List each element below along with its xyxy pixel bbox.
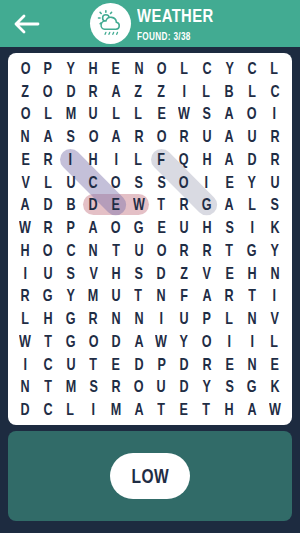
grid-cell-r6c9[interactable]: I <box>195 171 218 194</box>
grid-cell-r13c12[interactable]: L <box>263 330 286 353</box>
letter-grid[interactable]: OPYHENOLCYCLZODRAZZILBLCOLMULLEWSAOINASO… <box>14 57 286 421</box>
grid-cell-r12c10[interactable]: L <box>218 307 241 330</box>
cell-letter: U <box>270 174 279 191</box>
grid-cell-r7c7[interactable]: T <box>150 194 173 217</box>
grid-cell-r5c2[interactable]: R <box>37 148 60 171</box>
grid-cell-r13c3[interactable]: G <box>59 330 82 353</box>
cell-letter: E <box>21 151 29 168</box>
cell-letter: R <box>202 242 211 259</box>
grid-cell-r9c9[interactable]: R <box>195 239 218 262</box>
grid-cell-r3c12[interactable]: I <box>263 103 286 126</box>
grid-cell-r3c11[interactable]: O <box>241 103 264 126</box>
cell-letter: L <box>135 151 143 168</box>
cell-letter: V <box>270 310 278 327</box>
cell-letter: P <box>44 60 52 77</box>
grid-cell-r2c7[interactable]: Z <box>150 80 173 103</box>
grid-cell-r16c5[interactable]: M <box>105 398 128 421</box>
cell-letter: R <box>134 128 143 145</box>
grid-cell-r2c6[interactable]: Z <box>127 80 150 103</box>
grid-cell-r11c11[interactable]: T <box>241 285 264 308</box>
cell-letter: E <box>157 105 165 122</box>
grid-cell-r1c3[interactable]: Y <box>59 57 82 80</box>
grid-cell-r4c3[interactable]: S <box>59 125 82 148</box>
grid-cell-r2c2[interactable]: O <box>37 80 60 103</box>
cell-letter: L <box>203 83 211 100</box>
cell-letter: M <box>65 105 75 122</box>
grid-cell-r15c1[interactable]: N <box>14 376 37 399</box>
grid-cell-r10c1[interactable]: I <box>14 262 37 285</box>
grid-cell-r9c5[interactable]: T <box>105 239 128 262</box>
cell-letter: O <box>156 128 166 145</box>
grid-cell-r16c3[interactable]: L <box>59 398 82 421</box>
cell-letter: S <box>225 378 233 395</box>
grid-cell-r2c8[interactable]: I <box>173 80 196 103</box>
grid-cell-r6c6[interactable]: S <box>127 171 150 194</box>
grid-cell-r2c3[interactable]: D <box>59 80 82 103</box>
grid-cell-r10c11[interactable]: H <box>241 262 264 285</box>
grid-cell-r5c7[interactable]: F <box>150 148 173 171</box>
grid-cell-r7c9[interactable]: G <box>195 194 218 217</box>
cell-letter: I <box>205 174 209 191</box>
grid-cell-r13c7[interactable]: W <box>150 330 173 353</box>
grid-cell-r16c2[interactable]: C <box>37 398 60 421</box>
grid-cell-r10c10[interactable]: E <box>218 262 241 285</box>
grid-cell-r15c6[interactable]: O <box>127 376 150 399</box>
grid-cell-r3c6[interactable]: L <box>127 103 150 126</box>
grid-cell-r7c4[interactable]: D <box>82 194 105 217</box>
grid-cell-r12c2[interactable]: H <box>37 307 60 330</box>
grid-cell-r13c11[interactable]: I <box>241 330 264 353</box>
grid-cell-r14c5[interactable]: E <box>105 353 128 376</box>
grid-cell-r15c9[interactable]: Y <box>195 376 218 399</box>
grid-cell-r7c11[interactable]: L <box>241 194 264 217</box>
cell-letter: P <box>202 310 210 327</box>
grid-cell-r14c2[interactable]: C <box>37 353 60 376</box>
grid-cell-r15c5[interactable]: R <box>105 376 128 399</box>
cell-letter: R <box>21 287 30 304</box>
grid-cell-r11c5[interactable]: U <box>105 285 128 308</box>
grid-cell-r6c7[interactable]: S <box>150 171 173 194</box>
cell-letter: O <box>111 219 121 236</box>
grid-cell-r4c9[interactable]: U <box>195 125 218 148</box>
grid-cell-r6c10[interactable]: E <box>218 171 241 194</box>
grid-cell-r5c1[interactable]: E <box>14 148 37 171</box>
cell-letter: V <box>202 265 210 282</box>
cell-letter: G <box>66 310 76 327</box>
cell-letter: I <box>250 333 254 350</box>
grid-cell-r14c3[interactable]: U <box>59 353 82 376</box>
cell-letter: G <box>66 333 76 350</box>
grid-cell-r10c7[interactable]: D <box>150 262 173 285</box>
cell-letter: M <box>111 401 121 418</box>
grid-cell-r3c7[interactable]: E <box>150 103 173 126</box>
grid-cell-r8c1[interactable]: W <box>14 216 37 239</box>
sun-cloud-rain-icon <box>95 8 126 39</box>
grid-cell-r9c10[interactable]: T <box>218 239 241 262</box>
cell-letter: D <box>43 196 52 213</box>
cell-letter: Y <box>180 333 188 350</box>
cell-letter: F <box>157 151 165 168</box>
grid-cell-r11c8[interactable]: F <box>173 285 196 308</box>
cell-letter: R <box>43 219 52 236</box>
cell-letter: C <box>43 356 52 373</box>
grid-cell-r4c12[interactable]: R <box>263 125 286 148</box>
grid-cell-r7c8[interactable]: R <box>173 194 196 217</box>
cell-letter: C <box>270 83 279 100</box>
cell-letter: E <box>225 174 233 191</box>
grid-cell-r3c8[interactable]: W <box>173 103 196 126</box>
grid-cell-r5c4[interactable]: H <box>82 148 105 171</box>
cell-letter: R <box>89 83 98 100</box>
grid-cell-r3c2[interactable]: L <box>37 103 60 126</box>
grid-cell-r6c1[interactable]: V <box>14 171 37 194</box>
grid-cell-r15c12[interactable]: K <box>263 376 286 399</box>
cell-letter: A <box>225 196 234 213</box>
grid-cell-r2c9[interactable]: L <box>195 80 218 103</box>
grid-cell-r7c1[interactable]: A <box>14 194 37 217</box>
cell-letter: A <box>43 128 52 145</box>
cell-letter: B <box>66 196 75 213</box>
cell-letter: L <box>271 333 279 350</box>
grid-cell-r9c4[interactable]: N <box>82 239 105 262</box>
grid-cell-r14c12[interactable]: E <box>263 353 286 376</box>
grid-cell-r13c9[interactable]: O <box>195 330 218 353</box>
grid-cell-r6c5[interactable]: O <box>105 171 128 194</box>
grid-cell-r3c5[interactable]: L <box>105 103 128 126</box>
grid-cell-r11c3[interactable]: Y <box>59 285 82 308</box>
cell-letter: I <box>250 219 254 236</box>
grid-cell-r14c8[interactable]: D <box>173 353 196 376</box>
cell-letter: P <box>66 219 74 236</box>
category-badge <box>90 3 131 44</box>
grid-cell-r16c8[interactable]: E <box>173 398 196 421</box>
grid-cell-r11c1[interactable]: R <box>14 285 37 308</box>
grid-cell-r5c6[interactable]: L <box>127 148 150 171</box>
grid-cell-r6c8[interactable]: O <box>173 171 196 194</box>
grid-cell-r9c11[interactable]: G <box>241 239 264 262</box>
grid-cell-r11c6[interactable]: T <box>127 285 150 308</box>
cell-letter: M <box>65 378 75 395</box>
grid-cell-r7c3[interactable]: B <box>59 194 82 217</box>
grid-cell-r15c10[interactable]: S <box>218 376 241 399</box>
cell-letter: U <box>157 378 166 395</box>
grid-cell-r4c4[interactable]: O <box>82 125 105 148</box>
grid-cell-r15c11[interactable]: G <box>241 376 264 399</box>
cell-letter: S <box>157 174 165 191</box>
cell-letter: O <box>134 378 144 395</box>
grid-cell-r1c4[interactable]: H <box>82 57 105 80</box>
grid-cell-r9c1[interactable]: H <box>14 239 37 262</box>
grid-cell-r8c2[interactable]: R <box>37 216 60 239</box>
grid-cell-r4c2[interactable]: A <box>37 125 60 148</box>
grid-cell-r14c7[interactable]: P <box>150 353 173 376</box>
cell-letter: V <box>89 265 97 282</box>
grid-cell-r16c10[interactable]: H <box>218 398 241 421</box>
left-arrow-icon <box>12 12 40 36</box>
grid-cell-r3c9[interactable]: S <box>195 103 218 126</box>
grid-cell-r5c10[interactable]: A <box>218 148 241 171</box>
grid-cell-r1c1[interactable]: O <box>14 57 37 80</box>
grid-cell-r1c8[interactable]: L <box>173 57 196 80</box>
grid-cell-r13c2[interactable]: T <box>37 330 60 353</box>
grid-cell-r9c6[interactable]: U <box>127 239 150 262</box>
cell-letter: I <box>24 265 28 282</box>
cell-letter: Y <box>202 378 210 395</box>
grid-cell-r10c6[interactable]: S <box>127 262 150 285</box>
cell-letter: Z <box>21 83 29 100</box>
cell-letter: D <box>111 333 120 350</box>
grid-cell-r6c2[interactable]: L <box>37 171 60 194</box>
cell-letter: S <box>66 128 74 145</box>
cell-letter: A <box>111 83 120 100</box>
cell-letter: L <box>248 83 256 100</box>
grid-cell-r10c9[interactable]: V <box>195 262 218 285</box>
cell-letter: N <box>247 310 256 327</box>
grid-cell-r15c4[interactable]: S <box>82 376 105 399</box>
cell-letter: N <box>270 265 279 282</box>
cell-letter: A <box>225 105 234 122</box>
back-button[interactable] <box>12 12 40 36</box>
cell-letter: A <box>247 401 256 418</box>
grid-cell-r9c2[interactable]: O <box>37 239 60 262</box>
cell-letter: Z <box>180 265 188 282</box>
grid-cell-r4c8[interactable]: R <box>173 125 196 148</box>
grid-cell-r2c11[interactable]: L <box>241 80 264 103</box>
grid-cell-r15c3[interactable]: M <box>59 376 82 399</box>
grid-cell-r1c11[interactable]: C <box>241 57 264 80</box>
cell-letter: R <box>270 128 279 145</box>
cell-letter: O <box>20 60 30 77</box>
cell-letter: P <box>157 356 165 373</box>
cell-letter: L <box>67 401 75 418</box>
cell-letter: T <box>157 196 165 213</box>
grid-cell-r8c7[interactable]: E <box>150 216 173 239</box>
cell-letter: O <box>156 60 166 77</box>
grid-cell-r14c11[interactable]: N <box>241 353 264 376</box>
cell-letter: O <box>156 242 166 259</box>
grid-cell-r1c6[interactable]: N <box>127 57 150 80</box>
grid-cell-r1c2[interactable]: P <box>37 57 60 80</box>
grid-cell-r8c11[interactable]: I <box>241 216 264 239</box>
cell-letter: C <box>43 401 52 418</box>
cell-letter: U <box>134 242 143 259</box>
cell-letter: C <box>202 60 211 77</box>
cell-letter: T <box>44 333 52 350</box>
cell-letter: N <box>111 310 120 327</box>
grid-cell-r12c8[interactable]: U <box>173 307 196 330</box>
cell-letter: D <box>179 356 188 373</box>
grid-cell-r4c11[interactable]: U <box>241 125 264 148</box>
grid-cell-r13c1[interactable]: W <box>14 330 37 353</box>
cell-letter: E <box>225 265 233 282</box>
grid-cell-r4c7[interactable]: O <box>150 125 173 148</box>
grid-cell-r11c4[interactable]: M <box>82 285 105 308</box>
grid-cell-r4c5[interactable]: A <box>105 125 128 148</box>
grid-cell-r12c5[interactable]: N <box>105 307 128 330</box>
grid-cell-r4c6[interactable]: R <box>127 125 150 148</box>
cell-letter: E <box>180 401 188 418</box>
grid-cell-r15c2[interactable]: T <box>37 376 60 399</box>
cell-letter: O <box>202 333 212 350</box>
grid-cell-r15c8[interactable]: D <box>173 376 196 399</box>
grid-cell-r10c5[interactable]: H <box>105 262 128 285</box>
grid-cell-r6c12[interactable]: U <box>263 171 286 194</box>
grid-cell-r1c5[interactable]: E <box>105 57 128 80</box>
word-chip-low[interactable]: LOW <box>110 453 190 499</box>
grid-cell-r1c10[interactable]: Y <box>218 57 241 80</box>
grid-cell-r5c12[interactable]: R <box>263 148 286 171</box>
word-list-tray[interactable]: LOW <box>8 431 292 521</box>
cell-letter: C <box>66 242 75 259</box>
cell-letter: W <box>178 105 190 122</box>
grid-cell-r3c10[interactable]: A <box>218 103 241 126</box>
cell-letter: H <box>89 151 98 168</box>
grid-cell-r1c12[interactable]: L <box>263 57 286 80</box>
grid-cell-r11c7[interactable]: N <box>150 285 173 308</box>
grid-cell-r13c8[interactable]: Y <box>173 330 196 353</box>
grid-cell-r8c4[interactable]: A <box>82 216 105 239</box>
grid-cell-r6c3[interactable]: U <box>59 171 82 194</box>
grid-cell-r12c6[interactable]: N <box>127 307 150 330</box>
grid-cell-r12c4[interactable]: R <box>82 307 105 330</box>
grid-cell-r11c10[interactable]: R <box>218 285 241 308</box>
grid-cell-r12c12[interactable]: V <box>263 307 286 330</box>
grid-cell-r13c10[interactable]: I <box>218 330 241 353</box>
cell-letter: T <box>44 378 52 395</box>
grid-cell-r16c9[interactable]: T <box>195 398 218 421</box>
grid-cell-r14c4[interactable]: T <box>82 353 105 376</box>
grid-cell-r3c3[interactable]: M <box>59 103 82 126</box>
grid-cell-r14c1[interactable]: I <box>14 353 37 376</box>
grid-cell-r4c10[interactable]: A <box>218 125 241 148</box>
cell-letter: R <box>111 378 120 395</box>
grid-cell-r2c5[interactable]: A <box>105 80 128 103</box>
grid-cell-r16c6[interactable]: A <box>127 398 150 421</box>
grid-cell-r2c10[interactable]: B <box>218 80 241 103</box>
grid-cell-r1c7[interactable]: O <box>150 57 173 80</box>
grid-cell-r2c4[interactable]: R <box>82 80 105 103</box>
cell-letter: E <box>112 60 120 77</box>
cell-letter: O <box>20 105 30 122</box>
grid-cell-r8c8[interactable]: U <box>173 216 196 239</box>
grid-cell-r7c6[interactable]: W <box>127 194 150 217</box>
grid-cell-r5c8[interactable]: Q <box>173 148 196 171</box>
grid-cell-r4c1[interactable]: N <box>14 125 37 148</box>
grid-cell-r1c9[interactable]: C <box>195 57 218 80</box>
grid-cell-r8c6[interactable]: G <box>127 216 150 239</box>
grid-cell-r14c6[interactable]: D <box>127 353 150 376</box>
cell-letter: S <box>89 378 97 395</box>
grid-cell-r12c9[interactable]: P <box>195 307 218 330</box>
cell-letter: E <box>270 356 278 373</box>
word-chip-label: LOW <box>131 464 168 488</box>
grid-cell-r9c8[interactable]: R <box>173 239 196 262</box>
grid-cell-r2c1[interactable]: Z <box>14 80 37 103</box>
grid-cell-r8c5[interactable]: O <box>105 216 128 239</box>
cell-letter: R <box>179 242 188 259</box>
grid-cell-r10c4[interactable]: V <box>82 262 105 285</box>
cell-letter: U <box>111 287 120 304</box>
grid-cell-r8c10[interactable]: S <box>218 216 241 239</box>
grid-cell-r16c4[interactable]: I <box>82 398 105 421</box>
grid-cell-r8c3[interactable]: P <box>59 216 82 239</box>
grid-cell-r14c9[interactable]: R <box>195 353 218 376</box>
cell-letter: H <box>43 310 52 327</box>
grid-cell-r12c3[interactable]: G <box>59 307 82 330</box>
cell-letter: H <box>89 60 98 77</box>
grid-cell-r12c7[interactable]: I <box>150 307 173 330</box>
cell-letter: R <box>225 287 234 304</box>
grid-cell-r7c5[interactable]: E <box>105 194 128 217</box>
cell-letter: T <box>248 287 256 304</box>
cell-letter: N <box>134 310 143 327</box>
grid-cell-r10c3[interactable]: S <box>59 262 82 285</box>
grid-cell-r16c11[interactable]: A <box>241 398 264 421</box>
grid-cell-r12c1[interactable]: L <box>14 307 37 330</box>
grid-cell-r8c12[interactable]: K <box>263 216 286 239</box>
cell-letter: U <box>66 356 75 373</box>
cell-letter: I <box>114 151 118 168</box>
grid-cell-r9c7[interactable]: O <box>150 239 173 262</box>
grid-cell-r5c3[interactable]: I <box>59 148 82 171</box>
grid-cell-r12c11[interactable]: N <box>241 307 264 330</box>
grid-cell-r6c11[interactable]: Y <box>241 171 264 194</box>
cell-letter: B <box>225 83 234 100</box>
grid-cell-r16c7[interactable]: T <box>150 398 173 421</box>
grid-cell-r15c7[interactable]: U <box>150 376 173 399</box>
grid-cell-r2c12[interactable]: C <box>263 80 286 103</box>
cell-letter: Y <box>225 60 233 77</box>
cell-letter: D <box>157 265 166 282</box>
grid-cell-r16c12[interactable]: W <box>263 398 286 421</box>
grid-cell-r5c9[interactable]: H <box>195 148 218 171</box>
grid-cell-r3c4[interactable]: U <box>82 103 105 126</box>
grid-cell-r7c10[interactable]: A <box>218 194 241 217</box>
cell-letter: A <box>225 151 234 168</box>
grid-cell-r11c12[interactable]: I <box>263 285 286 308</box>
cell-letter: M <box>88 287 98 304</box>
grid-cell-r5c5[interactable]: I <box>105 148 128 171</box>
grid-cell-r16c1[interactable]: D <box>14 398 37 421</box>
grid-cell-r6c4[interactable]: C <box>82 171 105 194</box>
grid-cell-r13c6[interactable]: A <box>127 330 150 353</box>
grid-cell-r9c3[interactable]: C <box>59 239 82 262</box>
grid-cell-r7c12[interactable]: S <box>263 194 286 217</box>
grid-cell-r7c2[interactable]: D <box>37 194 60 217</box>
cell-letter: A <box>134 401 143 418</box>
grid-cell-r9c12[interactable]: Y <box>263 239 286 262</box>
grid-cell-r11c2[interactable]: G <box>37 285 60 308</box>
grid-cell-r10c8[interactable]: Z <box>173 262 196 285</box>
grid-cell-r5c11[interactable]: D <box>241 148 264 171</box>
grid-cell-r3c1[interactable]: O <box>14 103 37 126</box>
cell-letter: I <box>24 356 28 373</box>
grid-cell-r8c9[interactable]: H <box>195 216 218 239</box>
grid-cell-r14c10[interactable]: E <box>218 353 241 376</box>
cell-letter: Q <box>179 151 189 168</box>
cell-letter: E <box>112 356 120 373</box>
cell-letter: G <box>202 196 212 213</box>
grid-cell-r13c5[interactable]: D <box>105 330 128 353</box>
grid-cell-r10c2[interactable]: U <box>37 262 60 285</box>
grid-cell-r11c9[interactable]: A <box>195 285 218 308</box>
grid-cell-r13c4[interactable]: O <box>82 330 105 353</box>
cell-letter: N <box>134 60 143 77</box>
cell-letter: I <box>228 333 232 350</box>
found-counter: FOUND: 3/38 <box>137 31 191 43</box>
cell-letter: G <box>247 378 257 395</box>
grid-cell-r10c12[interactable]: N <box>263 262 286 285</box>
